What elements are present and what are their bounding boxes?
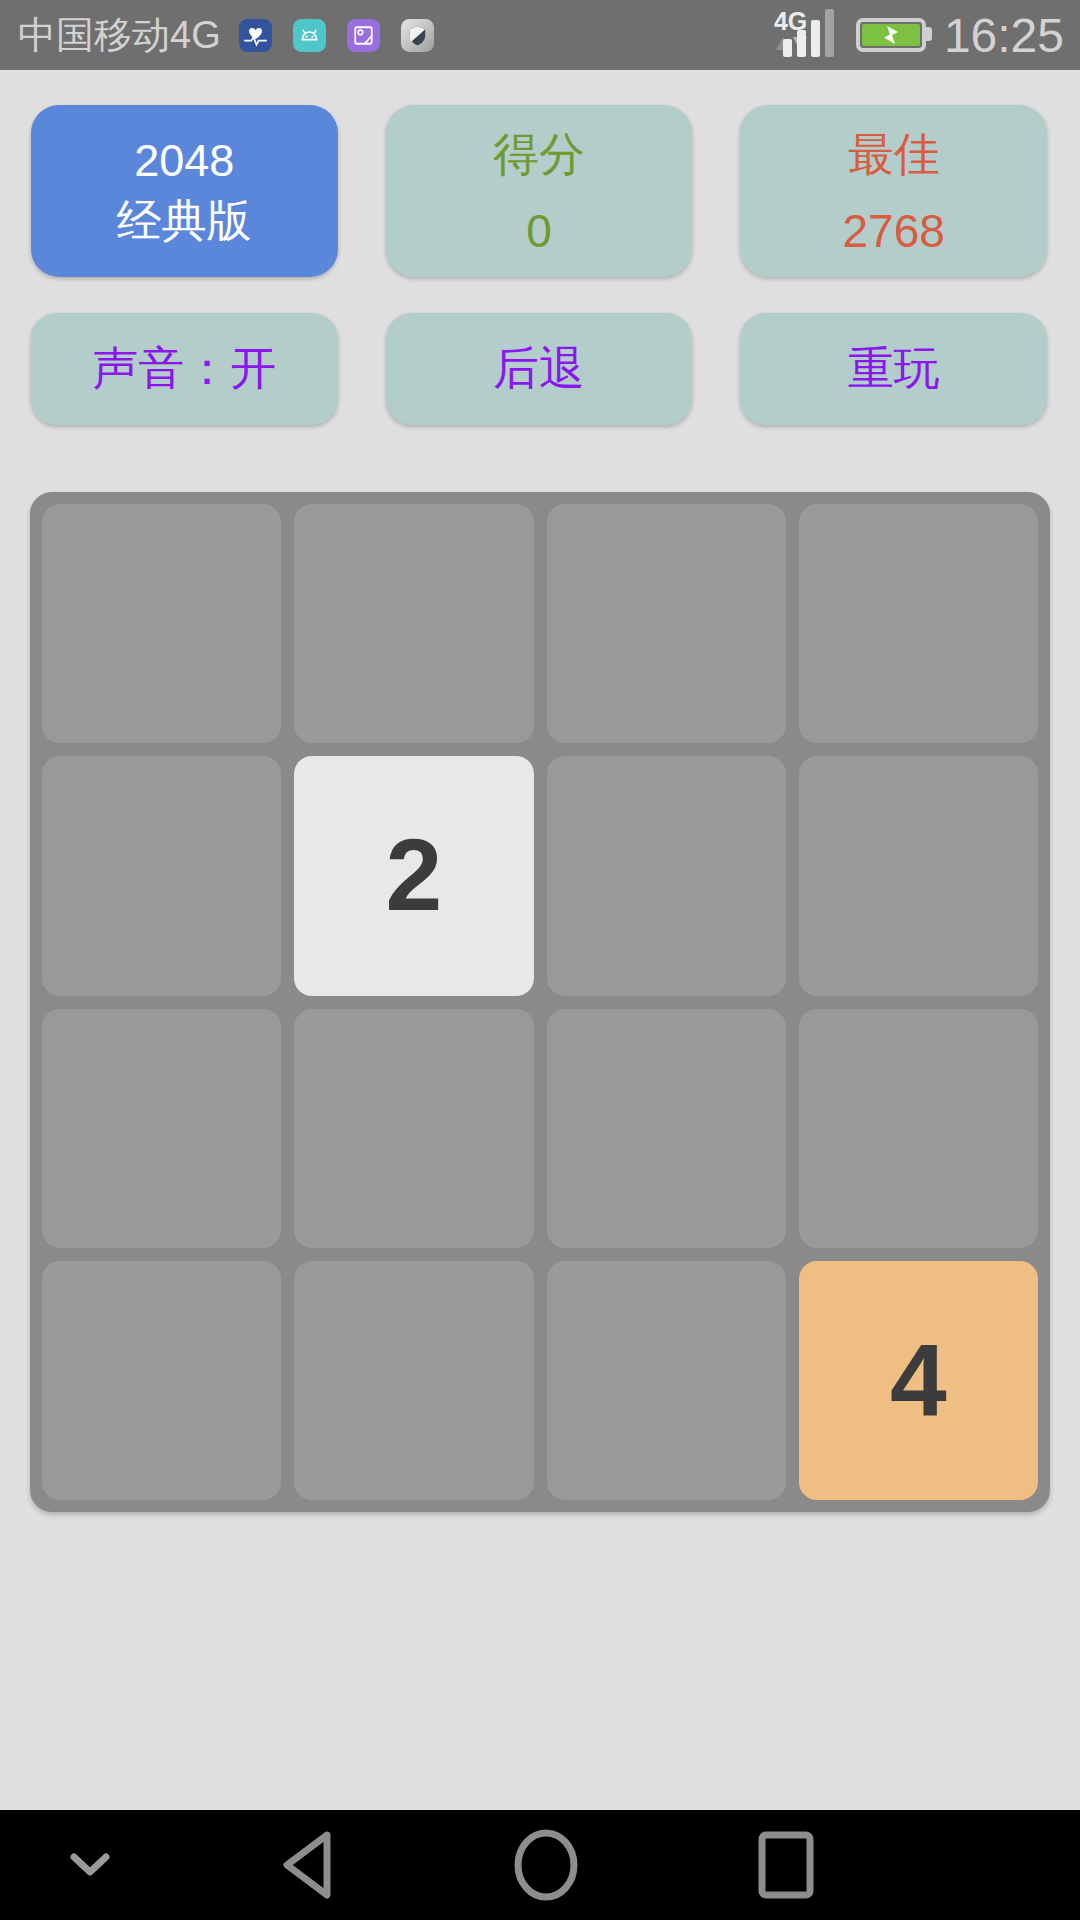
home-icon[interactable]	[513, 1828, 579, 1902]
battery-charging-fill	[862, 24, 920, 46]
sound-toggle-button[interactable]: 声音：开	[31, 313, 338, 425]
board-cell-r4c1	[42, 1261, 281, 1500]
score-value: 0	[526, 204, 552, 258]
carrier-label: 中国移动4G	[18, 10, 221, 61]
board-cell-r2c4	[799, 756, 1038, 995]
board-cell-r3c4	[799, 1009, 1038, 1248]
android-icon	[293, 19, 326, 52]
game-board[interactable]: 24	[30, 492, 1050, 1512]
app-title-card: 2048 经典版	[31, 105, 338, 277]
recents-icon[interactable]	[757, 1830, 815, 1900]
best-value: 2768	[842, 204, 944, 258]
replay-button[interactable]: 重玩	[740, 313, 1047, 425]
board-cell-r1c4	[799, 504, 1038, 743]
signal-bars	[783, 9, 834, 57]
tile-4-r4c4: 4	[799, 1261, 1038, 1500]
board-cell-r3c1	[42, 1009, 281, 1248]
status-right-cluster: 4G 16:25	[774, 0, 1070, 70]
board-cell-r2c3	[547, 756, 786, 995]
undo-button[interactable]: 后退	[386, 313, 693, 425]
signal-strength-icon: 4G	[774, 5, 834, 65]
header-row: 2048 经典版 得分 0 最佳 2768	[31, 105, 1047, 277]
controls-row: 声音：开 后退 重玩	[31, 313, 1047, 425]
board-cell-r1c3	[547, 504, 786, 743]
status-bar: 中国移动4G	[0, 0, 1080, 70]
notification-icons	[239, 19, 434, 52]
score-label: 得分	[493, 124, 585, 186]
back-icon[interactable]	[278, 1829, 334, 1901]
battery-icon	[856, 18, 926, 52]
app-title-line1: 2048	[134, 131, 234, 191]
chevron-down-icon[interactable]	[69, 1852, 111, 1878]
score-panel: 得分 0	[386, 105, 693, 277]
clock: 16:25	[944, 8, 1064, 63]
board-cell-r1c1	[42, 504, 281, 743]
gallery-icon	[347, 19, 380, 52]
health-icon	[239, 19, 272, 52]
board-cell-r3c2	[294, 1009, 533, 1248]
best-label: 最佳	[848, 124, 940, 186]
board-cell-r4c2	[294, 1261, 533, 1500]
app-title-line2: 经典版	[117, 191, 252, 251]
security-icon	[401, 19, 434, 52]
charging-bolt-icon	[876, 25, 906, 45]
android-nav-bar	[0, 1810, 1080, 1920]
board-cell-r3c3	[547, 1009, 786, 1248]
board-cell-r2c1	[42, 756, 281, 995]
board-cell-r1c2	[294, 504, 533, 743]
board-cell-r4c3	[547, 1261, 786, 1500]
best-panel: 最佳 2768	[740, 105, 1047, 277]
tile-2-r2c2: 2	[294, 756, 533, 995]
